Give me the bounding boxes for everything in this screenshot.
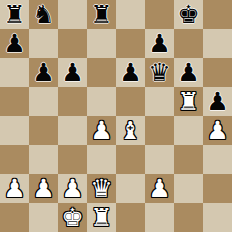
square-d4[interactable]: ♟ (87, 116, 116, 145)
square-c8[interactable] (58, 0, 87, 29)
piece-white-king-c1[interactable]: ♚ (61, 203, 83, 232)
square-g3[interactable] (174, 145, 203, 174)
square-a5[interactable] (0, 87, 29, 116)
square-c7[interactable] (58, 29, 87, 58)
square-f8[interactable] (145, 0, 174, 29)
square-d1[interactable]: ♜ (87, 203, 116, 232)
square-a1[interactable] (0, 203, 29, 232)
square-c3[interactable] (58, 145, 87, 174)
piece-black-pawn-a7[interactable]: ♟ (3, 29, 25, 58)
piece-black-queen-f6[interactable]: ♛ (148, 58, 170, 87)
square-c1[interactable]: ♚ (58, 203, 87, 232)
piece-black-pawn-b6[interactable]: ♟ (32, 58, 54, 87)
square-f5[interactable] (145, 87, 174, 116)
square-a4[interactable] (0, 116, 29, 145)
piece-black-king-g8[interactable]: ♚ (177, 0, 199, 29)
square-e4[interactable]: ♝ (116, 116, 145, 145)
square-c5[interactable] (58, 87, 87, 116)
piece-white-pawn-c2[interactable]: ♟ (61, 174, 83, 203)
square-b8[interactable]: ♞ (29, 0, 58, 29)
square-b5[interactable] (29, 87, 58, 116)
square-a3[interactable] (0, 145, 29, 174)
piece-white-queen-d2[interactable]: ♛ (90, 174, 112, 203)
square-d5[interactable] (87, 87, 116, 116)
square-e3[interactable] (116, 145, 145, 174)
square-e5[interactable] (116, 87, 145, 116)
piece-black-pawn-f7[interactable]: ♟ (148, 29, 170, 58)
square-a6[interactable] (0, 58, 29, 87)
square-c4[interactable] (58, 116, 87, 145)
square-e1[interactable] (116, 203, 145, 232)
square-b1[interactable] (29, 203, 58, 232)
square-b6[interactable]: ♟ (29, 58, 58, 87)
square-g4[interactable] (174, 116, 203, 145)
square-d6[interactable] (87, 58, 116, 87)
square-b4[interactable] (29, 116, 58, 145)
square-d3[interactable] (87, 145, 116, 174)
square-f7[interactable]: ♟ (145, 29, 174, 58)
square-h6[interactable] (203, 58, 232, 87)
square-a8[interactable]: ♜ (0, 0, 29, 29)
square-e7[interactable] (116, 29, 145, 58)
piece-black-pawn-c6[interactable]: ♟ (61, 58, 83, 87)
piece-black-pawn-g6[interactable]: ♟ (177, 58, 199, 87)
square-g7[interactable] (174, 29, 203, 58)
square-f4[interactable] (145, 116, 174, 145)
square-a2[interactable]: ♟ (0, 174, 29, 203)
square-a7[interactable]: ♟ (0, 29, 29, 58)
piece-black-rook-a8[interactable]: ♜ (3, 0, 25, 29)
piece-black-pawn-h5[interactable]: ♟ (206, 87, 228, 116)
square-g1[interactable] (174, 203, 203, 232)
piece-white-rook-g5[interactable]: ♜ (177, 87, 199, 116)
piece-black-pawn-e6[interactable]: ♟ (119, 58, 141, 87)
square-c6[interactable]: ♟ (58, 58, 87, 87)
square-h7[interactable] (203, 29, 232, 58)
square-h5[interactable]: ♟ (203, 87, 232, 116)
square-f1[interactable] (145, 203, 174, 232)
square-g5[interactable]: ♜ (174, 87, 203, 116)
square-f3[interactable] (145, 145, 174, 174)
square-e2[interactable] (116, 174, 145, 203)
piece-white-pawn-d4[interactable]: ♟ (90, 116, 112, 145)
square-g8[interactable]: ♚ (174, 0, 203, 29)
square-g2[interactable] (174, 174, 203, 203)
square-h4[interactable]: ♟ (203, 116, 232, 145)
square-b3[interactable] (29, 145, 58, 174)
chess-board: ♜♞♜♚♟♟♟♟♟♛♟♜♟♟♝♟♟♟♟♛♟♚♜ (0, 0, 232, 232)
square-h3[interactable] (203, 145, 232, 174)
piece-black-knight-b8[interactable]: ♞ (32, 0, 54, 29)
piece-white-pawn-f2[interactable]: ♟ (148, 174, 170, 203)
square-e8[interactable] (116, 0, 145, 29)
piece-white-pawn-b2[interactable]: ♟ (32, 174, 54, 203)
piece-white-rook-d1[interactable]: ♜ (90, 203, 112, 232)
square-d7[interactable] (87, 29, 116, 58)
piece-black-rook-d8[interactable]: ♜ (90, 0, 112, 29)
square-c2[interactable]: ♟ (58, 174, 87, 203)
square-f6[interactable]: ♛ (145, 58, 174, 87)
square-h1[interactable] (203, 203, 232, 232)
square-d8[interactable]: ♜ (87, 0, 116, 29)
square-e6[interactable]: ♟ (116, 58, 145, 87)
piece-white-pawn-h4[interactable]: ♟ (206, 116, 228, 145)
square-h8[interactable] (203, 0, 232, 29)
square-h2[interactable] (203, 174, 232, 203)
square-b7[interactable] (29, 29, 58, 58)
piece-white-pawn-a2[interactable]: ♟ (3, 174, 25, 203)
square-d2[interactable]: ♛ (87, 174, 116, 203)
square-g6[interactable]: ♟ (174, 58, 203, 87)
square-b2[interactable]: ♟ (29, 174, 58, 203)
piece-white-bishop-e4[interactable]: ♝ (119, 116, 141, 145)
square-f2[interactable]: ♟ (145, 174, 174, 203)
